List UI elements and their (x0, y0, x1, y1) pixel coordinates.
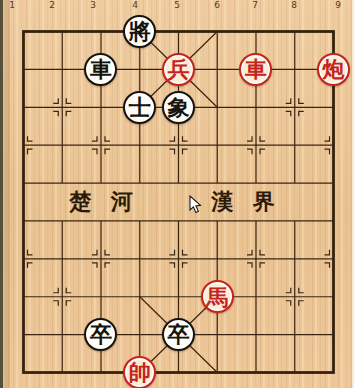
file-label-8: 8 (291, 0, 297, 11)
left-edge-shade (3, 0, 10, 388)
file-label-5: 5 (174, 0, 180, 11)
piece-black-general[interactable]: 將 (123, 15, 156, 48)
piece-black-chariot[interactable]: 車 (84, 53, 117, 86)
piece-red-horse[interactable]: 馬 (201, 280, 234, 313)
file-label-7: 7 (252, 0, 258, 11)
file-label-3: 3 (90, 0, 96, 11)
mouse-cursor-icon (189, 195, 203, 215)
file-label-6: 6 (214, 0, 220, 11)
piece-black-advisor[interactable]: 士 (123, 91, 156, 124)
file-label-2: 2 (49, 0, 55, 11)
file-label-9: 9 (335, 0, 341, 11)
piece-red-general[interactable]: 帥 (123, 356, 156, 388)
piece-black-soldier-b[interactable]: 卒 (162, 318, 195, 351)
board-grid[interactable]: 將車兵車炮士象馬卒卒帥 (4, 13, 353, 388)
file-label-4: 4 (132, 0, 138, 11)
piece-red-soldier[interactable]: 兵 (162, 53, 195, 86)
piece-black-soldier-a[interactable]: 卒 (84, 318, 117, 351)
xiangqi-board-window: 1 2 3 4 5 6 7 8 9 楚 河 漢 界 將車兵車炮士象馬卒卒帥 (0, 0, 354, 388)
piece-red-cannon[interactable]: 炮 (317, 53, 350, 86)
piece-black-elephant[interactable]: 象 (162, 91, 195, 124)
piece-red-chariot[interactable]: 車 (239, 53, 272, 86)
